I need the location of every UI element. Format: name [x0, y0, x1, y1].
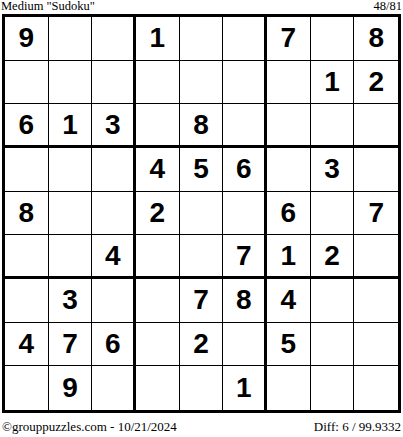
cell-r6c2[interactable] — [49, 235, 93, 279]
cell-r8c5[interactable]: 2 — [180, 323, 224, 367]
cell-r2c7[interactable] — [267, 61, 311, 105]
cell-r5c1[interactable]: 8 — [5, 192, 49, 236]
cell-r4c9[interactable] — [354, 148, 398, 192]
cell-r2c9[interactable]: 2 — [354, 61, 398, 105]
cell-r2c1[interactable] — [5, 61, 49, 105]
cell-r5c9[interactable]: 7 — [354, 192, 398, 236]
cell-r5c4[interactable]: 2 — [136, 192, 180, 236]
cell-r1c2[interactable] — [49, 17, 93, 61]
difficulty-rating: Diff: 6 / 99.9332 — [314, 419, 401, 434]
cell-r7c8[interactable] — [311, 279, 355, 323]
cell-r6c8[interactable]: 2 — [311, 235, 355, 279]
cell-r9c9[interactable] — [354, 366, 398, 410]
cell-r4c3[interactable] — [92, 148, 136, 192]
cell-r3c4[interactable] — [136, 104, 180, 148]
cell-r6c6[interactable]: 7 — [223, 235, 267, 279]
cell-r2c3[interactable] — [92, 61, 136, 105]
cell-r4c1[interactable] — [5, 148, 49, 192]
cell-r8c2[interactable]: 7 — [49, 323, 93, 367]
cell-r7c1[interactable] — [5, 279, 49, 323]
cell-r7c4[interactable] — [136, 279, 180, 323]
cell-r9c5[interactable] — [180, 366, 224, 410]
cell-r9c2[interactable]: 9 — [49, 366, 93, 410]
cell-r3c7[interactable] — [267, 104, 311, 148]
cell-r9c4[interactable] — [136, 366, 180, 410]
sudoku-page: Medium "Sudoku" 48/81 917812613845638267… — [0, 0, 403, 437]
cell-r2c2[interactable] — [49, 61, 93, 105]
cell-r7c7[interactable]: 4 — [267, 279, 311, 323]
cell-r3c9[interactable] — [354, 104, 398, 148]
cell-r1c9[interactable]: 8 — [354, 17, 398, 61]
cell-r3c8[interactable] — [311, 104, 355, 148]
cell-r6c1[interactable] — [5, 235, 49, 279]
cell-r6c7[interactable]: 1 — [267, 235, 311, 279]
sudoku-board: 917812613845638267471237844762591 — [2, 14, 401, 413]
cell-r3c1[interactable]: 6 — [5, 104, 49, 148]
cell-r7c9[interactable] — [354, 279, 398, 323]
cell-r4c5[interactable]: 5 — [180, 148, 224, 192]
cell-r8c4[interactable] — [136, 323, 180, 367]
cell-r8c7[interactable]: 5 — [267, 323, 311, 367]
cell-r4c6[interactable]: 6 — [223, 148, 267, 192]
cell-r1c3[interactable] — [92, 17, 136, 61]
cell-r8c9[interactable] — [354, 323, 398, 367]
cell-r5c7[interactable]: 6 — [267, 192, 311, 236]
cell-r2c4[interactable] — [136, 61, 180, 105]
cell-r9c7[interactable] — [267, 366, 311, 410]
cell-r1c6[interactable] — [223, 17, 267, 61]
cell-r1c8[interactable] — [311, 17, 355, 61]
cell-r4c4[interactable]: 4 — [136, 148, 180, 192]
cell-r7c6[interactable]: 8 — [223, 279, 267, 323]
cell-r5c5[interactable] — [180, 192, 224, 236]
cell-r8c6[interactable] — [223, 323, 267, 367]
cell-r6c5[interactable] — [180, 235, 224, 279]
cell-r6c4[interactable] — [136, 235, 180, 279]
page-header: Medium "Sudoku" 48/81 — [1, 0, 402, 13]
cell-r2c8[interactable]: 1 — [311, 61, 355, 105]
cell-r4c8[interactable]: 3 — [311, 148, 355, 192]
cell-r1c1[interactable]: 9 — [5, 17, 49, 61]
cell-r8c1[interactable]: 4 — [5, 323, 49, 367]
cell-r5c2[interactable] — [49, 192, 93, 236]
cell-r7c2[interactable]: 3 — [49, 279, 93, 323]
cell-r2c6[interactable] — [223, 61, 267, 105]
cell-r6c3[interactable]: 4 — [92, 235, 136, 279]
page-footer: ©grouppuzzles.com - 10/21/2024 Diff: 6 /… — [2, 419, 401, 434]
cell-r9c8[interactable] — [311, 366, 355, 410]
cell-r2c5[interactable] — [180, 61, 224, 105]
cell-r9c3[interactable] — [92, 366, 136, 410]
puzzle-title: Medium "Sudoku" — [1, 0, 95, 13]
cell-r3c6[interactable] — [223, 104, 267, 148]
cell-r8c8[interactable] — [311, 323, 355, 367]
cell-r1c5[interactable] — [180, 17, 224, 61]
copyright-date: ©grouppuzzles.com - 10/21/2024 — [2, 419, 177, 434]
cell-r9c1[interactable] — [5, 366, 49, 410]
cell-r3c5[interactable]: 8 — [180, 104, 224, 148]
cell-r1c7[interactable]: 7 — [267, 17, 311, 61]
cell-r5c6[interactable] — [223, 192, 267, 236]
cell-r5c3[interactable] — [92, 192, 136, 236]
cell-r3c3[interactable]: 3 — [92, 104, 136, 148]
cell-r7c5[interactable]: 7 — [180, 279, 224, 323]
cell-r4c2[interactable] — [49, 148, 93, 192]
cell-r8c3[interactable]: 6 — [92, 323, 136, 367]
cell-r1c4[interactable]: 1 — [136, 17, 180, 61]
cell-r4c7[interactable] — [267, 148, 311, 192]
cell-r9c6[interactable]: 1 — [223, 366, 267, 410]
cell-r6c9[interactable] — [354, 235, 398, 279]
empty-cell-counter: 48/81 — [374, 0, 402, 13]
cell-r5c8[interactable] — [311, 192, 355, 236]
cell-r7c3[interactable] — [92, 279, 136, 323]
cell-r3c2[interactable]: 1 — [49, 104, 93, 148]
